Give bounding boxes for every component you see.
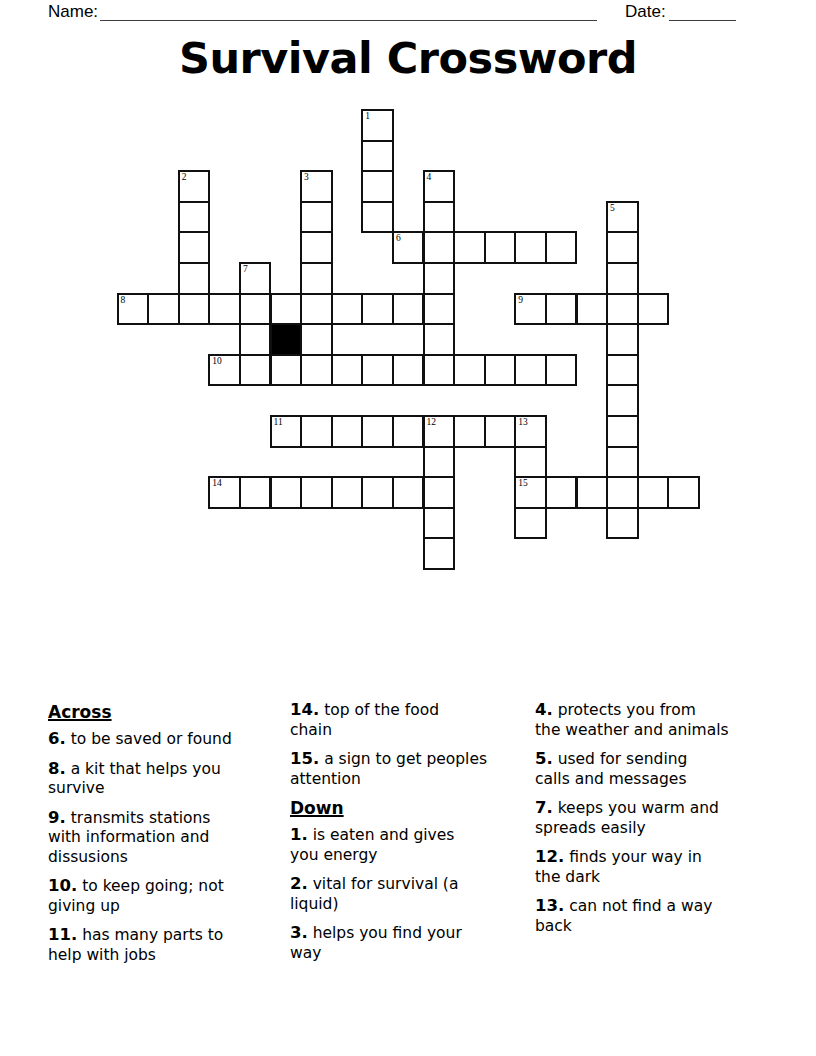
clue-3: 3. helps you find your way bbox=[290, 923, 542, 963]
clue-12: 12. finds your way in the dark bbox=[535, 847, 787, 887]
grid-cell[interactable] bbox=[545, 476, 578, 509]
grid-cell[interactable] bbox=[423, 537, 456, 570]
clue-number: 6. bbox=[48, 729, 66, 748]
clue-number-label: 2 bbox=[182, 172, 187, 183]
grid-cell[interactable] bbox=[392, 293, 425, 326]
across-clues-header: Across bbox=[48, 702, 300, 722]
grid-cell[interactable]: 10 bbox=[208, 354, 241, 387]
grid-cell[interactable] bbox=[392, 476, 425, 509]
clues-column-1: Across6. to be saved or found8. a kit th… bbox=[48, 700, 300, 974]
grid-cell[interactable]: 11 bbox=[270, 415, 303, 448]
grid-cell[interactable]: 4 bbox=[423, 170, 456, 203]
clue-number-label: 5 bbox=[610, 203, 615, 214]
grid-cell[interactable] bbox=[423, 231, 456, 264]
clue-number-label: 4 bbox=[427, 172, 432, 183]
grid-cell[interactable] bbox=[667, 476, 700, 509]
clue-14: 14. top of the food chain bbox=[290, 700, 542, 740]
clue-text: a kit that helps you survive bbox=[48, 760, 221, 798]
clue-7: 7. keeps you warm and spreads easily bbox=[535, 798, 787, 838]
crossword-grid: 123456789101112131415 bbox=[118, 110, 700, 570]
grid-cell[interactable]: 6 bbox=[392, 231, 425, 264]
grid-cell[interactable] bbox=[178, 293, 211, 326]
clue-2: 2. vital for survival (a liquid) bbox=[290, 874, 542, 914]
grid-cell[interactable] bbox=[606, 476, 639, 509]
clue-text: keeps you warm and spreads easily bbox=[535, 799, 719, 837]
clue-number-label: 14 bbox=[212, 478, 222, 489]
clue-11: 11. has many parts to help with jobs bbox=[48, 925, 300, 965]
clue-number: 13. bbox=[535, 896, 564, 915]
clue-text: transmits stations with information and … bbox=[48, 809, 210, 866]
date-input-line[interactable] bbox=[669, 1, 736, 21]
grid-cell[interactable]: 14 bbox=[208, 476, 241, 509]
clue-5: 5. used for sending calls and messages bbox=[535, 749, 787, 789]
grid-cell[interactable] bbox=[331, 415, 364, 448]
clue-6: 6. to be saved or found bbox=[48, 729, 300, 750]
grid-cell[interactable] bbox=[453, 354, 486, 387]
grid-cell[interactable] bbox=[606, 262, 639, 295]
clue-9: 9. transmits stations with information a… bbox=[48, 808, 300, 868]
grid-cell[interactable]: 9 bbox=[514, 293, 547, 326]
grid-cell[interactable] bbox=[606, 415, 639, 448]
grid-cell[interactable] bbox=[423, 354, 456, 387]
grid-cell[interactable] bbox=[300, 323, 333, 356]
clue-number: 2. bbox=[290, 874, 308, 893]
grid-cell[interactable] bbox=[361, 354, 394, 387]
clue-text: protects you from the weather and animal… bbox=[535, 701, 729, 739]
grid-cell[interactable] bbox=[300, 231, 333, 264]
grid-cell[interactable]: 13 bbox=[514, 415, 547, 448]
grid-cell[interactable]: 3 bbox=[300, 170, 333, 203]
grid-cell[interactable] bbox=[331, 476, 364, 509]
grid-cell[interactable] bbox=[606, 293, 639, 326]
clue-number: 4. bbox=[535, 700, 553, 719]
grid-cell[interactable]: 1 bbox=[361, 109, 394, 142]
clue-number: 5. bbox=[535, 749, 553, 768]
clue-text: helps you find your way bbox=[290, 924, 462, 962]
clue-text: used for sending calls and messages bbox=[535, 750, 687, 788]
grid-cell[interactable] bbox=[423, 446, 456, 479]
clue-8: 8. a kit that helps you survive bbox=[48, 759, 300, 799]
clue-number: 1. bbox=[290, 825, 308, 844]
grid-cell[interactable] bbox=[300, 201, 333, 234]
grid-cell[interactable] bbox=[423, 293, 456, 326]
clue-15: 15. a sign to get peoples attention bbox=[290, 749, 542, 789]
grid-cell[interactable] bbox=[392, 415, 425, 448]
clue-number-label: 3 bbox=[304, 172, 309, 183]
grid-cell[interactable] bbox=[300, 293, 333, 326]
grid-cell[interactable] bbox=[331, 293, 364, 326]
grid-cell[interactable] bbox=[361, 201, 394, 234]
clue-number-label: 13 bbox=[518, 417, 528, 428]
clue-number: 8. bbox=[48, 759, 66, 778]
grid-cell[interactable] bbox=[178, 201, 211, 234]
grid-cell[interactable] bbox=[392, 354, 425, 387]
grid-cell[interactable] bbox=[300, 262, 333, 295]
grid-cell[interactable] bbox=[545, 293, 578, 326]
grid-cell[interactable] bbox=[423, 323, 456, 356]
clue-number: 7. bbox=[535, 798, 553, 817]
clue-number: 10. bbox=[48, 876, 77, 895]
clue-text: vital for survival (a liquid) bbox=[290, 875, 458, 913]
grid-cell[interactable] bbox=[545, 354, 578, 387]
grid-cell[interactable] bbox=[637, 476, 670, 509]
clue-number-label: 10 bbox=[212, 356, 222, 367]
grid-cell[interactable] bbox=[484, 231, 517, 264]
grid-cell[interactable] bbox=[453, 415, 486, 448]
grid-cell[interactable] bbox=[361, 415, 394, 448]
grid-cell[interactable]: 5 bbox=[606, 201, 639, 234]
grid-cell[interactable] bbox=[606, 507, 639, 540]
clue-number-label: 6 bbox=[396, 233, 401, 244]
grid-cell[interactable] bbox=[147, 293, 180, 326]
grid-cell[interactable] bbox=[606, 354, 639, 387]
page-title: Survival Crossword bbox=[0, 33, 816, 83]
grid-cell[interactable] bbox=[606, 231, 639, 264]
grid-cell[interactable]: 2 bbox=[178, 170, 211, 203]
clue-13: 13. can not find a way back bbox=[535, 896, 787, 936]
grid-cell[interactable] bbox=[423, 507, 456, 540]
grid-cell[interactable] bbox=[178, 231, 211, 264]
clue-number: 12. bbox=[535, 847, 564, 866]
grid-cell[interactable] bbox=[239, 476, 272, 509]
grid-cell[interactable] bbox=[423, 262, 456, 295]
grid-cell[interactable] bbox=[423, 476, 456, 509]
grid-cell[interactable] bbox=[545, 231, 578, 264]
clue-number-label: 1 bbox=[365, 111, 370, 122]
name-label: Name: bbox=[48, 2, 98, 22]
grid-cell[interactable] bbox=[606, 323, 639, 356]
clue-text: a sign to get peoples attention bbox=[290, 750, 487, 788]
black-cell bbox=[270, 323, 303, 356]
clue-number: 15. bbox=[290, 749, 319, 768]
grid-cell[interactable] bbox=[270, 354, 303, 387]
grid-cell[interactable] bbox=[239, 293, 272, 326]
grid-cell[interactable]: 12 bbox=[423, 415, 456, 448]
down-clues-header: Down bbox=[290, 798, 542, 818]
clue-1: 1. is eaten and gives you energy bbox=[290, 825, 542, 865]
grid-cell[interactable]: 7 bbox=[239, 262, 272, 295]
grid-cell[interactable] bbox=[514, 354, 547, 387]
grid-cell[interactable] bbox=[453, 231, 486, 264]
grid-cell[interactable] bbox=[637, 293, 670, 326]
clue-number: 11. bbox=[48, 925, 77, 944]
grid-cell[interactable] bbox=[331, 354, 364, 387]
clue-text: is eaten and gives you energy bbox=[290, 826, 454, 864]
grid-cell[interactable] bbox=[300, 415, 333, 448]
clue-number-label: 11 bbox=[274, 417, 283, 428]
clue-number-label: 8 bbox=[121, 295, 126, 306]
grid-cell[interactable] bbox=[270, 293, 303, 326]
grid-cell[interactable] bbox=[423, 201, 456, 234]
grid-cell[interactable] bbox=[606, 446, 639, 479]
grid-cell[interactable] bbox=[576, 293, 609, 326]
grid-cell[interactable] bbox=[606, 384, 639, 417]
grid-cell[interactable] bbox=[270, 476, 303, 509]
clue-number: 14. bbox=[290, 700, 319, 719]
clues-column-2: 14. top of the food chain15. a sign to g… bbox=[290, 700, 542, 972]
clue-number-label: 7 bbox=[243, 264, 248, 275]
grid-cell[interactable] bbox=[239, 323, 272, 356]
grid-cell[interactable] bbox=[514, 446, 547, 479]
clue-text: to be saved or found bbox=[66, 730, 232, 748]
grid-cell[interactable]: 8 bbox=[117, 293, 150, 326]
grid-cell[interactable] bbox=[361, 293, 394, 326]
name-input-line[interactable] bbox=[100, 1, 597, 21]
clue-4: 4. protects you from the weather and ani… bbox=[535, 700, 787, 740]
grid-cell[interactable] bbox=[361, 140, 394, 173]
clue-number: 9. bbox=[48, 808, 66, 827]
grid-cell[interactable] bbox=[514, 231, 547, 264]
grid-cell[interactable] bbox=[484, 354, 517, 387]
grid-cell[interactable] bbox=[484, 415, 517, 448]
grid-cell[interactable] bbox=[300, 476, 333, 509]
grid-cell[interactable] bbox=[361, 170, 394, 203]
grid-cell[interactable] bbox=[300, 354, 333, 387]
clue-number-label: 15 bbox=[518, 478, 528, 489]
grid-cell[interactable] bbox=[239, 354, 272, 387]
clue-number-label: 12 bbox=[427, 417, 437, 428]
clue-number-label: 9 bbox=[518, 295, 523, 306]
grid-cell[interactable] bbox=[576, 476, 609, 509]
grid-cell[interactable]: 15 bbox=[514, 476, 547, 509]
clue-10: 10. to keep going; not giving up bbox=[48, 876, 300, 916]
grid-cell[interactable] bbox=[514, 507, 547, 540]
clue-number: 3. bbox=[290, 923, 308, 942]
grid-cell[interactable] bbox=[178, 262, 211, 295]
clues-column-3: 4. protects you from the weather and ani… bbox=[535, 700, 787, 945]
grid-cell[interactable] bbox=[361, 476, 394, 509]
grid-cell[interactable] bbox=[208, 293, 241, 326]
date-label: Date: bbox=[625, 2, 666, 22]
